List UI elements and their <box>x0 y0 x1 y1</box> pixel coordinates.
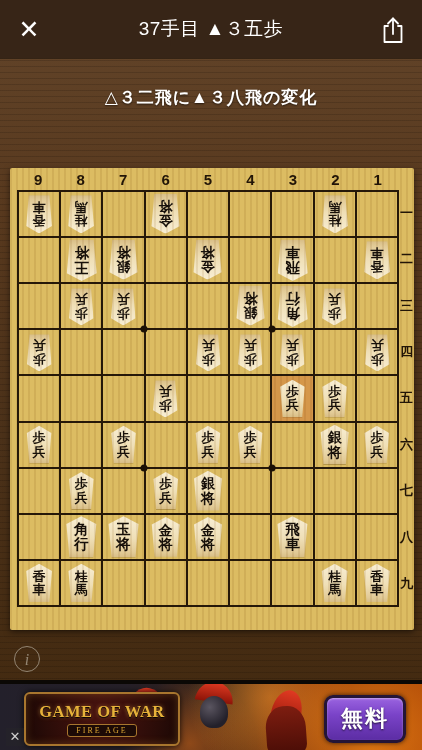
board-cell-3-1[interactable] <box>272 192 312 236</box>
board-cell-4-9[interactable] <box>230 561 270 605</box>
board-cell-9-6[interactable]: 歩 兵 <box>19 423 59 467</box>
board-cell-2-3[interactable]: 歩 兵 <box>315 284 355 328</box>
piece-sente-9-6[interactable]: 歩 兵 <box>24 426 55 463</box>
board-cell-7-5[interactable] <box>103 376 143 420</box>
piece-sente-2-5[interactable]: 歩 兵 <box>319 380 350 417</box>
board-cell-2-2[interactable] <box>315 238 355 282</box>
board-cell-9-9[interactable]: 香 車 <box>19 561 59 605</box>
rank-label: 九 <box>399 561 414 607</box>
piece-gote-8-1[interactable]: 桂 馬 <box>65 195 97 233</box>
piece-gote-9-4[interactable]: 歩 兵 <box>24 334 55 371</box>
rank-label: 八 <box>399 514 414 560</box>
board-cell-5-6[interactable]: 歩 兵 <box>188 423 228 467</box>
board-cell-3-3[interactable]: 角 行 <box>272 284 312 328</box>
board-cell-8-8[interactable]: 角 行 <box>61 515 101 559</box>
share-button[interactable] <box>378 14 408 44</box>
board-cell-6-7[interactable]: 歩 兵 <box>146 469 186 513</box>
ad-banner[interactable]: GAME OF WAR FIRE AGE 無料 ✕ <box>0 680 422 750</box>
board-cell-8-5[interactable] <box>61 376 101 420</box>
file-label: 1 <box>357 168 399 190</box>
ad-subtitle: FIRE AGE <box>67 724 136 737</box>
board-cell-7-4[interactable] <box>103 330 143 374</box>
file-label: 8 <box>59 168 101 190</box>
board-cell-8-3[interactable]: 歩 兵 <box>61 284 101 328</box>
board-cell-6-5[interactable]: 歩 兵 <box>146 376 186 420</box>
piece-gote-1-4[interactable]: 歩 兵 <box>362 334 393 371</box>
variation-note: △３二飛に▲３八飛の変化 <box>0 86 422 109</box>
file-label: 6 <box>144 168 186 190</box>
board-cell-1-7[interactable] <box>357 469 397 513</box>
piece-sente-1-6[interactable]: 歩 兵 <box>362 426 393 463</box>
board-cell-9-7[interactable] <box>19 469 59 513</box>
board-cell-2-1[interactable]: 桂 馬 <box>315 192 355 236</box>
rank-label: 四 <box>399 329 414 375</box>
ad-logo: GAME OF WAR FIRE AGE <box>24 692 180 746</box>
file-labels: 987654321 <box>17 168 399 190</box>
board-cell-9-5[interactable] <box>19 376 59 420</box>
board-cell-3-2[interactable]: 飛 車 <box>272 238 312 282</box>
board-cell-8-7[interactable]: 歩 兵 <box>61 469 101 513</box>
piece-sente-8-7[interactable]: 歩 兵 <box>66 472 97 509</box>
piece-gote-3-2[interactable]: 飛 車 <box>274 240 311 281</box>
file-label: 2 <box>314 168 356 190</box>
piece-sente-3-8[interactable]: 飛 車 <box>274 516 311 557</box>
rank-label: 七 <box>399 468 414 514</box>
shogi-board: 987654321 一二三四五六七八九 香 車桂 馬金 将桂 馬王 将銀 将金 … <box>10 168 414 630</box>
board-cell-6-2[interactable] <box>146 238 186 282</box>
board-cell-5-7[interactable]: 銀 将 <box>188 469 228 513</box>
board-cell-6-8[interactable]: 金 将 <box>146 515 186 559</box>
piece-gote-4-4[interactable]: 歩 兵 <box>235 334 266 371</box>
board-cell-3-4[interactable]: 歩 兵 <box>272 330 312 374</box>
piece-sente-7-8[interactable]: 玉 将 <box>105 516 142 557</box>
board-cell-4-4[interactable]: 歩 兵 <box>230 330 270 374</box>
board-cell-4-7[interactable] <box>230 469 270 513</box>
board-cell-4-6[interactable]: 歩 兵 <box>230 423 270 467</box>
warrior-cape-art <box>264 705 307 750</box>
board-cell-1-9[interactable]: 香 車 <box>357 561 397 605</box>
board-cell-5-2[interactable]: 金 将 <box>188 238 228 282</box>
board-cell-1-6[interactable]: 歩 兵 <box>357 423 397 467</box>
board-cell-4-1[interactable] <box>230 192 270 236</box>
file-label: 5 <box>187 168 229 190</box>
file-label: 9 <box>17 168 59 190</box>
piece-gote-2-3[interactable]: 歩 兵 <box>319 288 350 325</box>
board-cell-7-8[interactable]: 玉 将 <box>103 515 143 559</box>
app-screen: ✕ 37手目 ▲３五歩 △３二飛に▲３八飛の変化 987654321 一二三四五… <box>0 0 422 750</box>
board-cell-7-7[interactable] <box>103 469 143 513</box>
piece-sente-7-6[interactable]: 歩 兵 <box>108 426 139 463</box>
board-cell-8-9[interactable]: 桂 馬 <box>61 561 101 605</box>
board-cell-2-8[interactable] <box>315 515 355 559</box>
piece-gote-7-2[interactable]: 銀 将 <box>106 240 141 280</box>
board-cell-7-1[interactable] <box>103 192 143 236</box>
rank-labels: 一二三四五六七八九 <box>399 190 414 607</box>
piece-sente-2-9[interactable]: 桂 馬 <box>319 564 351 602</box>
piece-sente-5-8[interactable]: 金 将 <box>190 517 225 557</box>
piece-sente-8-8[interactable]: 角 行 <box>63 516 100 557</box>
board-cell-9-2[interactable] <box>19 238 59 282</box>
piece-gote-4-3[interactable]: 銀 将 <box>233 286 268 326</box>
ad-title: GAME OF WAR <box>39 702 165 722</box>
share-icon <box>381 32 405 47</box>
piece-gote-5-2[interactable]: 金 将 <box>190 240 225 280</box>
board-grid: 香 車桂 馬金 将桂 馬王 将銀 将金 将飛 車香 車歩 兵歩 兵銀 将角 行歩… <box>17 190 399 607</box>
board-cell-6-1[interactable]: 金 将 <box>146 192 186 236</box>
board-cell-2-7[interactable] <box>315 469 355 513</box>
piece-sente-4-6[interactable]: 歩 兵 <box>235 426 266 463</box>
close-button[interactable]: ✕ <box>12 14 46 44</box>
board-cell-5-3[interactable] <box>188 284 228 328</box>
ad-free-button[interactable]: 無料 <box>324 695 406 743</box>
board-cell-6-3[interactable] <box>146 284 186 328</box>
board-cell-6-9[interactable] <box>146 561 186 605</box>
board-cell-4-3[interactable]: 銀 将 <box>230 284 270 328</box>
piece-gote-8-3[interactable]: 歩 兵 <box>66 288 97 325</box>
board-cell-5-4[interactable]: 歩 兵 <box>188 330 228 374</box>
file-label: 4 <box>229 168 271 190</box>
board-cell-8-6[interactable] <box>61 423 101 467</box>
board-cell-3-5[interactable]: 歩 兵 <box>272 376 312 420</box>
board-cell-1-2[interactable]: 香 車 <box>357 238 397 282</box>
board-cell-1-3[interactable] <box>357 284 397 328</box>
board-cell-8-2[interactable]: 王 将 <box>61 238 101 282</box>
board-cell-5-9[interactable] <box>188 561 228 605</box>
board-cell-2-9[interactable]: 桂 馬 <box>315 561 355 605</box>
piece-gote-6-5[interactable]: 歩 兵 <box>150 380 181 417</box>
board-cell-1-8[interactable] <box>357 515 397 559</box>
piece-gote-6-1[interactable]: 金 将 <box>148 194 183 234</box>
rank-label: 三 <box>399 283 414 329</box>
piece-gote-1-2[interactable]: 香 車 <box>361 241 393 279</box>
rank-label: 二 <box>399 236 414 282</box>
title-bar: ✕ 37手目 ▲３五歩 <box>0 0 422 58</box>
board-cell-5-8[interactable]: 金 将 <box>188 515 228 559</box>
warrior-helmet-icon <box>200 696 228 728</box>
board-cell-1-1[interactable] <box>357 192 397 236</box>
board-cell-2-4[interactable] <box>315 330 355 374</box>
rank-label: 六 <box>399 422 414 468</box>
piece-sente-6-8[interactable]: 金 将 <box>148 517 183 557</box>
board-cell-8-1[interactable]: 桂 馬 <box>61 192 101 236</box>
board-cell-3-6[interactable] <box>272 423 312 467</box>
piece-sente-3-5[interactable]: 歩 兵 <box>277 380 308 417</box>
piece-sente-9-9[interactable]: 香 車 <box>23 564 55 602</box>
piece-sente-2-6[interactable]: 銀 将 <box>317 425 352 465</box>
board-cell-5-1[interactable] <box>188 192 228 236</box>
board-cell-3-8[interactable]: 飛 車 <box>272 515 312 559</box>
board-cell-9-4[interactable]: 歩 兵 <box>19 330 59 374</box>
board-cell-9-1[interactable]: 香 車 <box>19 192 59 236</box>
board-cell-9-8[interactable] <box>19 515 59 559</box>
info-button[interactable]: i <box>14 646 40 672</box>
board-cell-1-5[interactable] <box>357 376 397 420</box>
rank-label: 一 <box>399 190 414 236</box>
piece-sente-5-7[interactable]: 銀 将 <box>190 471 225 511</box>
board-cell-3-9[interactable] <box>272 561 312 605</box>
board-cell-3-7[interactable] <box>272 469 312 513</box>
piece-sente-5-6[interactable]: 歩 兵 <box>193 426 224 463</box>
board-cell-2-6[interactable]: 銀 将 <box>315 423 355 467</box>
board-cell-6-4[interactable] <box>146 330 186 374</box>
board-cell-6-6[interactable] <box>146 423 186 467</box>
warrior-plume-icon <box>195 680 235 705</box>
board-cell-8-4[interactable] <box>61 330 101 374</box>
piece-gote-9-1[interactable]: 香 車 <box>23 195 55 233</box>
board-cell-2-5[interactable]: 歩 兵 <box>315 376 355 420</box>
piece-sente-1-9[interactable]: 香 車 <box>361 564 393 602</box>
board-cell-5-5[interactable] <box>188 376 228 420</box>
piece-gote-3-3[interactable]: 角 行 <box>274 286 311 327</box>
board-cell-4-8[interactable] <box>230 515 270 559</box>
board-cell-7-6[interactable]: 歩 兵 <box>103 423 143 467</box>
board-cell-4-5[interactable] <box>230 376 270 420</box>
piece-sente-8-9[interactable]: 桂 馬 <box>65 564 97 602</box>
board-cell-7-9[interactable] <box>103 561 143 605</box>
piece-gote-8-2[interactable]: 王 将 <box>63 240 100 281</box>
board-grid-wrap: 香 車桂 馬金 将桂 馬王 将銀 将金 将飛 車香 車歩 兵歩 兵銀 将角 行歩… <box>17 190 399 607</box>
piece-gote-3-4[interactable]: 歩 兵 <box>277 334 308 371</box>
board-cell-9-3[interactable] <box>19 284 59 328</box>
board-cell-1-4[interactable]: 歩 兵 <box>357 330 397 374</box>
ad-close-button[interactable]: ✕ <box>6 728 24 746</box>
rank-label: 五 <box>399 375 414 421</box>
piece-gote-7-3[interactable]: 歩 兵 <box>108 288 139 325</box>
board-cell-7-3[interactable]: 歩 兵 <box>103 284 143 328</box>
file-label: 3 <box>272 168 314 190</box>
piece-gote-2-1[interactable]: 桂 馬 <box>319 195 351 233</box>
board-cell-4-2[interactable] <box>230 238 270 282</box>
warrior-plume-icon <box>268 687 307 733</box>
piece-sente-6-7[interactable]: 歩 兵 <box>150 472 181 509</box>
piece-gote-5-4[interactable]: 歩 兵 <box>193 334 224 371</box>
board-cell-7-2[interactable]: 銀 将 <box>103 238 143 282</box>
file-label: 7 <box>102 168 144 190</box>
move-title: 37手目 ▲３五歩 <box>139 16 284 42</box>
